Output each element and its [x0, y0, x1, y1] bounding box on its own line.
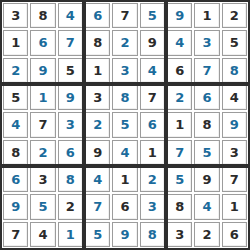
- cell-r4c1[interactable]: 5: [3, 85, 28, 110]
- cell-r4c7[interactable]: 2: [167, 85, 192, 110]
- cell-r9c1[interactable]: 7: [3, 222, 28, 247]
- cell-r9c8[interactable]: 2: [194, 222, 219, 247]
- cell-r9c2[interactable]: 4: [30, 222, 55, 247]
- cell-r8c5[interactable]: 6: [112, 194, 137, 219]
- cell-r6c6[interactable]: 1: [140, 140, 165, 165]
- cell-r8c6[interactable]: 3: [140, 194, 165, 219]
- cell-r4c6[interactable]: 7: [140, 85, 165, 110]
- cell-r5c9[interactable]: 9: [222, 112, 247, 137]
- cell-r8c4[interactable]: 7: [85, 194, 110, 219]
- cell-r6c5[interactable]: 4: [112, 140, 137, 165]
- cell-r3c1[interactable]: 2: [3, 58, 28, 83]
- cell-r5c4[interactable]: 2: [85, 112, 110, 137]
- cell-r1c6[interactable]: 5: [140, 3, 165, 28]
- cell-r7c1[interactable]: 6: [3, 167, 28, 192]
- box-divider-horizontal-1: [2, 82, 248, 86]
- cell-r1c5[interactable]: 7: [112, 3, 137, 28]
- cell-r1c8[interactable]: 1: [194, 3, 219, 28]
- cell-r6c2[interactable]: 2: [30, 140, 55, 165]
- cell-r5c5[interactable]: 5: [112, 112, 137, 137]
- cell-r7c7[interactable]: 5: [167, 167, 192, 192]
- cell-r4c4[interactable]: 3: [85, 85, 110, 110]
- cell-r8c9[interactable]: 1: [222, 194, 247, 219]
- cell-r5c3[interactable]: 3: [58, 112, 83, 137]
- cell-r1c7[interactable]: 9: [167, 3, 192, 28]
- sudoku-board: 3846759121678294352951346785193872644732…: [0, 0, 250, 250]
- cell-r6c3[interactable]: 6: [58, 140, 83, 165]
- cell-r9c9[interactable]: 6: [222, 222, 247, 247]
- box-divider-horizontal-2: [2, 164, 248, 168]
- cell-r9c5[interactable]: 9: [112, 222, 137, 247]
- cell-r3c7[interactable]: 6: [167, 58, 192, 83]
- cell-r1c9[interactable]: 2: [222, 3, 247, 28]
- cell-r2c9[interactable]: 5: [222, 30, 247, 55]
- cell-r6c9[interactable]: 3: [222, 140, 247, 165]
- cell-r2c3[interactable]: 7: [58, 30, 83, 55]
- cell-r2c8[interactable]: 3: [194, 30, 219, 55]
- cell-r5c1[interactable]: 4: [3, 112, 28, 137]
- cell-r2c5[interactable]: 2: [112, 30, 137, 55]
- cell-r3c8[interactable]: 7: [194, 58, 219, 83]
- cell-r6c1[interactable]: 8: [3, 140, 28, 165]
- box-divider-vertical-1: [82, 2, 86, 248]
- cell-r7c2[interactable]: 3: [30, 167, 55, 192]
- cell-r3c3[interactable]: 5: [58, 58, 83, 83]
- cell-r7c5[interactable]: 1: [112, 167, 137, 192]
- cell-r8c7[interactable]: 8: [167, 194, 192, 219]
- cell-r7c3[interactable]: 8: [58, 167, 83, 192]
- cell-r2c4[interactable]: 8: [85, 30, 110, 55]
- cell-r5c7[interactable]: 1: [167, 112, 192, 137]
- cell-r8c8[interactable]: 4: [194, 194, 219, 219]
- cell-r7c8[interactable]: 9: [194, 167, 219, 192]
- cell-r1c1[interactable]: 3: [3, 3, 28, 28]
- cell-r3c4[interactable]: 1: [85, 58, 110, 83]
- cell-r8c3[interactable]: 2: [58, 194, 83, 219]
- cell-r2c7[interactable]: 4: [167, 30, 192, 55]
- cell-r9c6[interactable]: 8: [140, 222, 165, 247]
- cell-r2c2[interactable]: 6: [30, 30, 55, 55]
- cell-r1c4[interactable]: 6: [85, 3, 110, 28]
- cell-r7c9[interactable]: 7: [222, 167, 247, 192]
- cell-r8c2[interactable]: 5: [30, 194, 55, 219]
- box-divider-vertical-2: [164, 2, 168, 248]
- cell-r9c7[interactable]: 3: [167, 222, 192, 247]
- cell-r7c6[interactable]: 2: [140, 167, 165, 192]
- cell-r2c1[interactable]: 1: [3, 30, 28, 55]
- cell-r4c3[interactable]: 9: [58, 85, 83, 110]
- cell-r2c6[interactable]: 9: [140, 30, 165, 55]
- cell-r8c1[interactable]: 9: [3, 194, 28, 219]
- cell-r9c4[interactable]: 5: [85, 222, 110, 247]
- cell-r4c5[interactable]: 8: [112, 85, 137, 110]
- cell-r3c6[interactable]: 4: [140, 58, 165, 83]
- cell-r3c5[interactable]: 3: [112, 58, 137, 83]
- cell-r6c4[interactable]: 9: [85, 140, 110, 165]
- cell-r4c8[interactable]: 6: [194, 85, 219, 110]
- cell-r3c2[interactable]: 9: [30, 58, 55, 83]
- cell-r1c3[interactable]: 4: [58, 3, 83, 28]
- cell-r4c2[interactable]: 1: [30, 85, 55, 110]
- cell-r6c7[interactable]: 7: [167, 140, 192, 165]
- cell-r5c8[interactable]: 8: [194, 112, 219, 137]
- cell-r6c8[interactable]: 5: [194, 140, 219, 165]
- cell-r1c2[interactable]: 8: [30, 3, 55, 28]
- cell-r9c3[interactable]: 1: [58, 222, 83, 247]
- cell-r7c4[interactable]: 4: [85, 167, 110, 192]
- cell-r4c9[interactable]: 4: [222, 85, 247, 110]
- cell-r5c6[interactable]: 6: [140, 112, 165, 137]
- cell-r5c2[interactable]: 7: [30, 112, 55, 137]
- cell-r3c9[interactable]: 8: [222, 58, 247, 83]
